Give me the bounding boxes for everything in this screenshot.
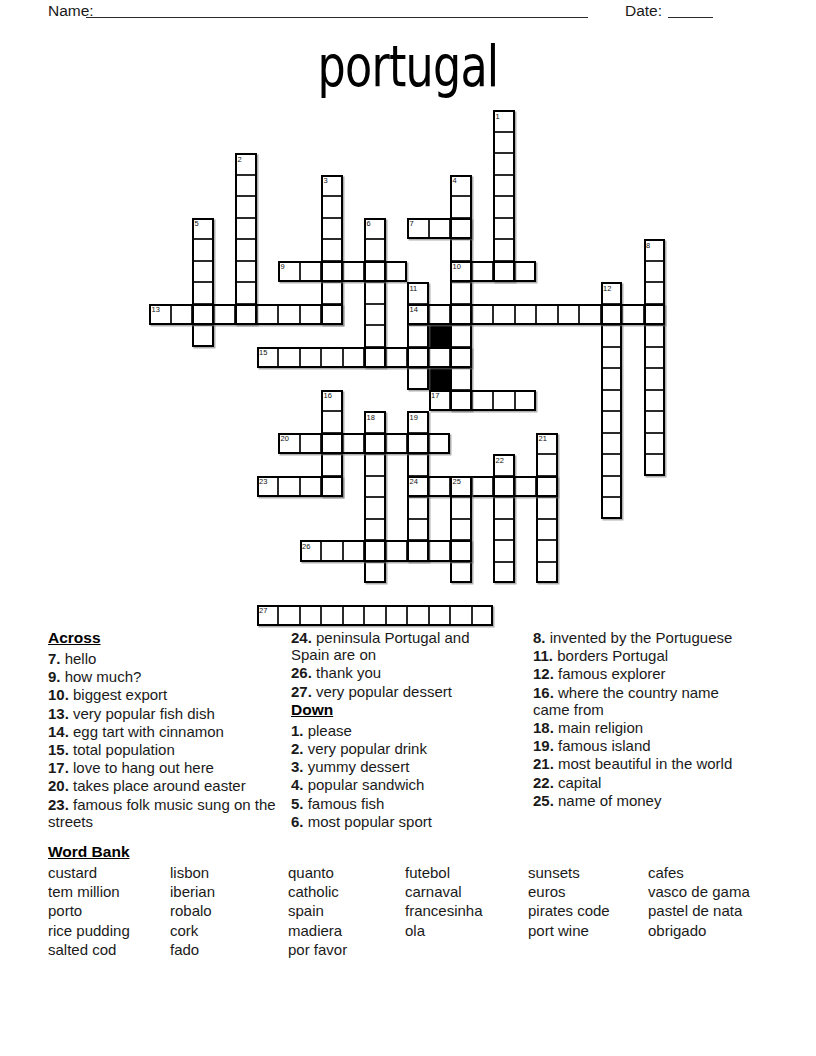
grid-cell[interactable] [321,304,343,326]
grid-cell[interactable] [429,304,451,326]
black-cell [429,368,451,390]
grid-cell[interactable] [321,175,343,197]
clue-number: 3. [291,758,304,775]
grid-cell[interactable] [644,433,666,455]
grid-cell[interactable] [536,304,558,326]
clue: 25. name of money [533,792,738,809]
grid-cell[interactable] [493,110,515,132]
grid-cell[interactable] [644,261,666,283]
grid-cell[interactable] [450,196,472,218]
grid-cell[interactable] [321,261,343,283]
grid-cell[interactable] [300,347,322,369]
grid-cell[interactable] [450,239,472,261]
grid-cell[interactable] [386,540,408,562]
grid-cell[interactable] [235,218,257,240]
word-bank-item: sunsets [528,863,610,882]
grid-cell[interactable] [343,605,365,627]
grid-cell[interactable] [257,304,279,326]
grid-cell[interactable] [192,282,214,304]
grid-cell[interactable] [407,454,429,476]
grid-cell[interactable] [558,304,580,326]
word-bank-item: tem million [48,882,130,901]
grid-cell[interactable] [601,347,623,369]
across-clues-column: Across7. hello9. how much?10. biggest ex… [48,629,288,831]
grid-cell[interactable] [321,347,343,369]
grid-cell[interactable] [644,325,666,347]
grid-cell[interactable] [149,304,171,326]
grid-cell[interactable] [192,261,214,283]
grid-cell[interactable] [472,304,494,326]
black-cell [429,325,451,347]
grid-cell[interactable] [278,347,300,369]
word-bank-item: francesinha [405,901,483,920]
clue: 3. yummy dessert [291,758,504,775]
grid-cell[interactable] [235,196,257,218]
grid-cell[interactable] [192,218,214,240]
grid-cell[interactable] [407,411,429,433]
grid-cell[interactable] [300,304,322,326]
word-bank-item: vasco de gama [648,882,750,901]
down-clues-column: 8. invented by the Portuguese11. borders… [533,629,738,810]
grid-cell[interactable] [450,562,472,584]
clue-number: 21. [533,755,554,772]
word-bank-item: robalo [170,901,215,920]
grid-cell[interactable] [278,304,300,326]
grid-cell[interactable] [601,497,623,519]
grid-cell[interactable] [235,175,257,197]
clue: 14. egg tart with cinnamon [48,723,288,740]
grid-cell[interactable] [343,540,365,562]
grid-cell[interactable] [644,454,666,476]
grid-cell[interactable] [515,390,537,412]
grid-cell[interactable] [536,540,558,562]
clue: 4. popular sandwich [291,776,504,793]
word-bank-column: lisboniberianrobalocorkfado [170,863,215,959]
grid-cell[interactable] [493,261,515,283]
grid-cell[interactable] [214,304,236,326]
clue: 12. famous explorer [533,665,738,682]
word-bank-item: porto [48,901,130,920]
grid-cell[interactable] [278,476,300,498]
grid-cell[interactable] [257,476,279,498]
grid-cell[interactable] [493,304,515,326]
grid-cell[interactable] [235,261,257,283]
grid-cell[interactable] [493,132,515,154]
clue: 24. peninsula Portugal and Spain are on [291,629,504,663]
grid-cell[interactable] [364,304,386,326]
grid-cell[interactable] [493,476,515,498]
grid-cell[interactable] [493,390,515,412]
grid-cell[interactable] [450,347,472,369]
grid-cell[interactable] [579,304,601,326]
grid-cell[interactable] [493,540,515,562]
word-bank-item: futebol [405,863,483,882]
grid-cell[interactable] [321,454,343,476]
grid-cell[interactable] [472,261,494,283]
clue: 20. takes place around easter [48,777,288,794]
clue: 5. famous fish [291,795,504,812]
grid-cell[interactable] [407,282,429,304]
clue: 11. borders Portugal [533,647,738,664]
grid-cell[interactable] [235,282,257,304]
word-bank-item: carnaval [405,882,483,901]
grid-cell[interactable] [493,562,515,584]
grid-cell[interactable] [278,605,300,627]
clue: 18. main religion [533,719,738,736]
word-bank-item: madiera [288,921,347,940]
clue-number: 27. [291,683,312,700]
grid-cell[interactable] [450,325,472,347]
grid-cell[interactable] [343,347,365,369]
grid-cell[interactable] [300,540,322,562]
grid-cell[interactable] [493,218,515,240]
grid-cell[interactable] [429,540,451,562]
grid-cell[interactable] [493,153,515,175]
grid-cell[interactable] [192,325,214,347]
grid-cell[interactable] [321,605,343,627]
grid-cell[interactable] [364,239,386,261]
grid-cell[interactable] [407,540,429,562]
word-bank-item: port wine [528,921,610,940]
clue: 15. total population [48,741,288,758]
grid-cell[interactable] [536,562,558,584]
clue: 1. please [291,722,504,739]
word-bank-item: salted cod [48,940,130,959]
grid-cell[interactable] [429,390,451,412]
grid-cell[interactable] [515,304,537,326]
clue: 7. hello [48,650,288,667]
clue: 17. love to hang out here [48,759,288,776]
clue-number: 13. [48,705,69,722]
word-bank-column: cafesvasco de gamapastel de nataobrigado [648,863,750,940]
grid-cell[interactable] [192,239,214,261]
clue-list-header: Down [291,701,504,719]
grid-cell[interactable] [450,218,472,240]
name-blank-line[interactable] [86,2,588,18]
clue: 9. how much? [48,668,288,685]
grid-cell[interactable] [364,282,386,304]
grid-cell[interactable] [278,433,300,455]
grid-cell[interactable] [364,454,386,476]
clue-number: 26. [291,664,312,681]
grid-cell[interactable] [472,476,494,498]
grid-cell[interactable] [450,282,472,304]
grid-cell[interactable] [321,239,343,261]
grid-cell[interactable] [450,175,472,197]
word-bank-item: custard [48,863,130,882]
grid-cell[interactable] [386,261,408,283]
word-bank-item: fado [170,940,215,959]
clue-number: 1. [291,722,304,739]
grid-cell[interactable] [278,261,300,283]
grid-cell[interactable] [536,433,558,455]
word-bank-item: euros [528,882,610,901]
clue: 8. invented by the Portuguese [533,629,738,646]
grid-cell[interactable] [622,304,644,326]
word-bank-column: quantocatholicspainmadierapor favor [288,863,347,959]
grid-cell[interactable] [644,347,666,369]
grid-cell[interactable] [321,540,343,562]
grid-cell[interactable] [515,261,537,283]
grid-cell[interactable] [300,605,322,627]
clue-number: 19. [533,737,554,754]
word-bank-item: rice pudding [48,921,130,940]
clue: 2. very popular drink [291,740,504,757]
clue: 19. famous island [533,737,738,754]
grid-cell[interactable] [364,433,386,455]
grid-cell[interactable] [364,261,386,283]
word-bank-column: futebolcarnavalfrancesinhaola [405,863,483,940]
grid-cell[interactable] [429,605,451,627]
clue-number: 4. [291,776,304,793]
grid-cell[interactable] [257,347,279,369]
clue-number: 25. [533,792,554,809]
grid-cell[interactable] [407,605,429,627]
page-title: portugal [90,33,726,99]
grid-cell[interactable] [235,239,257,261]
clue-number: 9. [48,668,61,685]
grid-cell[interactable] [407,433,429,455]
grid-cell[interactable] [450,497,472,519]
grid-cell[interactable] [450,540,472,562]
word-bank-item: cork [170,921,215,940]
grid-cell[interactable] [601,390,623,412]
clue-number: 12. [533,665,554,682]
clue-number: 10. [48,686,69,703]
clue-number: 14. [48,723,69,740]
grid-cell[interactable] [450,605,472,627]
clue-number: 2. [291,740,304,757]
clue-number: 6. [291,813,304,830]
grid-cell[interactable] [450,304,472,326]
clue: 13. very popular fish dish [48,705,288,722]
grid-cell[interactable] [321,411,343,433]
grid-cell[interactable] [364,476,386,498]
grid-cell[interactable] [644,390,666,412]
middle-clues-column: 24. peninsula Portugal and Spain are on2… [291,629,504,831]
word-bank-item: spain [288,901,347,920]
grid-cell[interactable] [644,411,666,433]
clue-number: 7. [48,650,61,667]
grid-cell[interactable] [386,605,408,627]
grid-cell[interactable] [321,282,343,304]
grid-cell[interactable] [321,433,343,455]
grid-cell[interactable] [601,282,623,304]
clue: 22. capital [533,774,738,791]
grid-cell[interactable] [450,261,472,283]
grid-cell[interactable] [472,390,494,412]
word-bank-item: catholic [288,882,347,901]
grid-cell[interactable] [429,433,451,455]
clue-number: 11. [533,647,553,664]
grid-cell[interactable] [300,261,322,283]
grid-cell[interactable] [192,304,214,326]
grid-cell[interactable] [364,519,386,541]
grid-cell[interactable] [407,368,429,390]
grid-cell[interactable] [407,304,429,326]
clue-number: 23. [48,796,69,813]
grid-cell[interactable] [407,347,429,369]
grid-cell[interactable] [472,605,494,627]
grid-cell[interactable] [515,476,537,498]
clue-list-header: Across [48,629,288,647]
grid-cell[interactable] [364,540,386,562]
grid-cell[interactable] [235,153,257,175]
word-bank-item: cafes [648,863,750,882]
grid-cell[interactable] [644,239,666,261]
grid-cell[interactable] [407,325,429,347]
grid-cell[interactable] [321,390,343,412]
word-bank-item: por favor [288,940,347,959]
grid-cell[interactable] [343,261,365,283]
grid-cell[interactable] [644,282,666,304]
word-bank-item: iberian [170,882,215,901]
grid-cell[interactable] [407,519,429,541]
grid-cell[interactable] [536,519,558,541]
grid-cell[interactable] [364,497,386,519]
grid-cell[interactable] [300,433,322,455]
grid-cell[interactable] [536,476,558,498]
grid-cell[interactable] [386,347,408,369]
clue-number: 16. [533,684,554,701]
word-bank-item: quanto [288,863,347,882]
clue: 6. most popular sport [291,813,504,830]
word-bank-item: ola [405,921,483,940]
grid-cell[interactable] [364,347,386,369]
grid-cell[interactable] [386,433,408,455]
grid-cell[interactable] [343,433,365,455]
date-blank-line[interactable] [668,2,713,18]
word-bank-item: pirates code [528,901,610,920]
grid-cell[interactable] [450,476,472,498]
grid-cell[interactable] [601,368,623,390]
grid-cell[interactable] [300,476,322,498]
word-bank-item: pastel de nata [648,901,750,920]
clue: 27. very popular dessert [291,683,504,700]
grid-cell[interactable] [364,562,386,584]
clue-number: 17. [48,759,69,776]
grid-cell[interactable] [601,325,623,347]
grid-cell[interactable] [364,411,386,433]
clue-number: 22. [533,774,554,791]
grid-cell[interactable] [235,304,257,326]
grid-cell[interactable] [493,497,515,519]
date-label: Date: [625,2,662,20]
clue-number: 24. [291,629,312,646]
grid-cell[interactable] [429,476,451,498]
grid-cell[interactable] [601,476,623,498]
grid-cell[interactable] [171,304,193,326]
grid-cell[interactable] [429,347,451,369]
grid-cell[interactable] [536,454,558,476]
grid-cell[interactable] [493,519,515,541]
grid-cell[interactable] [429,218,451,240]
grid-cell[interactable] [493,454,515,476]
grid-cell[interactable] [601,411,623,433]
word-bank-column: sunsetseurospirates codeport wine [528,863,610,940]
grid-cell[interactable] [601,433,623,455]
word-bank-item: obrigado [648,921,750,940]
grid-cell[interactable] [601,454,623,476]
clue: 23. famous folk music sung on the street… [48,796,288,830]
grid-cell[interactable] [493,196,515,218]
grid-cell[interactable] [450,519,472,541]
word-bank-column: custardtem millionportorice puddingsalte… [48,863,130,959]
word-bank-title: Word Bank [48,843,130,861]
grid-cell[interactable] [407,497,429,519]
grid-cell[interactable] [644,304,666,326]
grid-cell[interactable] [601,304,623,326]
clue-number: 20. [48,777,69,794]
grid-cell[interactable] [321,196,343,218]
word-bank-item: lisbon [170,863,215,882]
grid-cell[interactable] [321,476,343,498]
clue-number: 15. [48,741,69,758]
clue: 21. most beautiful in the world [533,755,738,772]
grid-cell[interactable] [364,325,386,347]
grid-cell[interactable] [644,368,666,390]
clue: 26. thank you [291,664,504,681]
grid-cell[interactable] [321,218,343,240]
grid-cell[interactable] [364,605,386,627]
crossword-grid: 1234567891011121314151617181920212223242… [149,110,665,626]
clue: 16. where the country name came from [533,684,738,718]
grid-cell[interactable] [364,218,386,240]
clue-number: 5. [291,795,304,812]
grid-cell[interactable] [257,605,279,627]
clue: 10. biggest export [48,686,288,703]
grid-cell[interactable] [493,175,515,197]
worksheet-page: Name: Date: portugal 1234567891011121314… [0,0,816,1056]
grid-cell[interactable] [536,497,558,519]
grid-cell[interactable] [450,390,472,412]
clue-number: 8. [533,629,546,646]
grid-cell[interactable] [407,218,429,240]
grid-cell[interactable] [450,368,472,390]
clue-number: 18. [533,719,554,736]
grid-cell[interactable] [407,476,429,498]
grid-cell[interactable] [493,239,515,261]
